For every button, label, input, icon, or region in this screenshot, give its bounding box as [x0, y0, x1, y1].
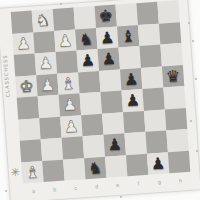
noise-dot — [192, 40, 194, 42]
piece-white-bishop[interactable]: ♝ — [25, 161, 41, 183]
square-d2[interactable] — [83, 135, 105, 158]
square-c1[interactable] — [63, 158, 85, 181]
square-e3[interactable] — [102, 112, 124, 135]
square-e1[interactable] — [105, 155, 127, 178]
piece-white-pawn[interactable]: ♟ — [16, 32, 32, 54]
piece-black-bishop[interactable]: ♝ — [120, 25, 136, 47]
square-f7[interactable]: ♝ — [117, 25, 139, 48]
file-label-d: d — [86, 181, 108, 194]
piece-black-pawn[interactable]: ♟ — [101, 48, 117, 70]
file-label-h: h — [170, 175, 192, 188]
square-a7[interactable]: ♟ — [12, 32, 34, 55]
piece-black-pawn[interactable]: ♟ — [80, 49, 96, 71]
file-label-b: b — [44, 184, 66, 197]
square-b8[interactable]: ♞ — [32, 9, 54, 32]
file-label-g: g — [149, 176, 171, 189]
file-label-e: e — [107, 179, 129, 192]
file-label-f: f — [128, 178, 150, 191]
square-h5[interactable]: ♛ — [162, 65, 184, 88]
square-b6[interactable]: ♟ — [35, 52, 57, 75]
square-h4[interactable] — [163, 86, 185, 109]
square-g7[interactable] — [138, 23, 160, 46]
piece-white-pawn[interactable]: ♟ — [62, 94, 78, 116]
square-d1[interactable]: ♞ — [84, 156, 106, 179]
noise-dot — [196, 150, 198, 152]
square-c6[interactable] — [56, 50, 78, 73]
square-d3[interactable] — [81, 113, 103, 136]
square-h7[interactable] — [159, 22, 181, 45]
piece-black-queen[interactable]: ♛ — [165, 65, 181, 87]
square-h6[interactable] — [160, 43, 182, 66]
square-e5[interactable] — [99, 69, 121, 92]
square-f8[interactable] — [115, 3, 137, 26]
square-e4[interactable] — [101, 90, 123, 113]
square-d4[interactable] — [80, 92, 102, 115]
square-b7[interactable] — [33, 30, 55, 53]
square-g1[interactable]: ♟ — [147, 152, 169, 175]
square-a8[interactable] — [11, 10, 33, 33]
square-h2[interactable] — [166, 129, 188, 152]
square-a6[interactable] — [14, 53, 36, 76]
piece-white-pawn[interactable]: ♟ — [57, 29, 73, 51]
file-label-c: c — [65, 182, 87, 195]
square-b3[interactable] — [39, 116, 61, 139]
square-b1[interactable] — [42, 159, 64, 182]
piece-black-pawn[interactable]: ♟ — [107, 134, 123, 156]
photo-frame: CLASSCHESS ✳ ♞♚♟♟♞♟♝♟♟♟♚♟♝♟♛♟♟♟♟♝♞♟ abcd… — [0, 0, 200, 200]
square-g3[interactable] — [144, 109, 166, 132]
piece-white-pawn[interactable]: ♟ — [38, 52, 54, 74]
square-c7[interactable]: ♟ — [54, 29, 76, 52]
square-h1[interactable] — [168, 150, 190, 173]
piece-black-pawn[interactable]: ♟ — [150, 152, 166, 174]
noise-dot — [195, 78, 197, 80]
piece-black-knight[interactable]: ♞ — [87, 157, 103, 179]
piece-white-pawn[interactable]: ♟ — [63, 115, 79, 137]
square-h3[interactable] — [165, 107, 187, 130]
square-c4[interactable]: ♟ — [59, 93, 81, 116]
chess-board-grid[interactable]: ♞♚♟♟♞♟♝♟♟♟♚♟♝♟♛♟♟♟♟♝♞♟ — [11, 0, 191, 183]
square-a1[interactable]: ♝ — [21, 161, 43, 184]
square-a4[interactable] — [17, 96, 39, 119]
square-f4[interactable]: ♟ — [121, 89, 143, 112]
square-g2[interactable] — [145, 130, 167, 153]
square-d5[interactable] — [78, 70, 100, 93]
square-b2[interactable] — [41, 138, 63, 161]
square-b4[interactable] — [38, 95, 60, 118]
square-f1[interactable] — [126, 153, 148, 176]
square-c2[interactable] — [62, 136, 84, 159]
square-a3[interactable] — [18, 118, 40, 141]
square-f6[interactable] — [118, 46, 140, 69]
piece-white-pawn[interactable]: ♟ — [39, 74, 55, 96]
square-a2[interactable] — [20, 139, 42, 162]
noise-dot — [120, 196, 122, 198]
square-e8[interactable]: ♚ — [95, 5, 117, 28]
square-g4[interactable] — [142, 87, 164, 110]
square-g6[interactable] — [139, 45, 161, 68]
piece-white-king[interactable]: ♚ — [19, 75, 35, 97]
square-c8[interactable] — [53, 8, 75, 31]
square-h8[interactable] — [157, 0, 179, 23]
square-e2[interactable]: ♟ — [104, 133, 126, 156]
square-b5[interactable]: ♟ — [36, 73, 58, 96]
file-label-a: a — [23, 185, 45, 198]
square-c5[interactable]: ♝ — [57, 72, 79, 95]
board-brand-text: CLASSCHESS — [2, 54, 15, 98]
square-a5[interactable]: ♚ — [15, 75, 37, 98]
piece-black-knight[interactable]: ♞ — [78, 28, 94, 50]
square-d7[interactable]: ♞ — [75, 28, 97, 51]
square-c3[interactable]: ♟ — [60, 115, 82, 138]
piece-white-bishop[interactable]: ♝ — [60, 72, 76, 94]
square-f5[interactable]: ♟ — [120, 68, 142, 91]
square-f2[interactable] — [124, 132, 146, 155]
square-f3[interactable] — [123, 110, 145, 133]
piece-black-pawn[interactable]: ♟ — [125, 89, 141, 111]
chess-board-mat: CLASSCHESS ✳ ♞♚♟♟♞♟♝♟♟♟♚♟♝♟♛♟♟♟♟♝♞♟ abcd… — [0, 0, 200, 200]
piece-black-pawn[interactable]: ♟ — [99, 27, 115, 49]
square-e6[interactable]: ♟ — [98, 48, 120, 71]
square-g8[interactable] — [136, 2, 158, 25]
noise-dot — [190, 120, 192, 122]
noise-dot — [5, 190, 7, 192]
piece-white-knight[interactable]: ♞ — [35, 9, 51, 31]
square-d6[interactable]: ♟ — [77, 49, 99, 72]
square-e7[interactable]: ♟ — [96, 26, 118, 49]
noise-dot — [188, 22, 190, 24]
square-g5[interactable] — [141, 66, 163, 89]
square-d8[interactable] — [74, 6, 96, 29]
noise-dot — [60, 3, 62, 5]
piece-black-king[interactable]: ♚ — [98, 5, 114, 27]
piece-black-pawn[interactable]: ♟ — [123, 68, 139, 90]
